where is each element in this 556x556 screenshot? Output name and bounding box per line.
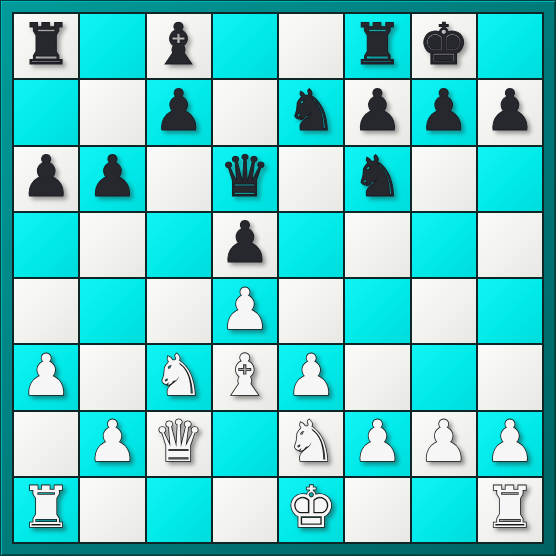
piece-white-bishop: ♝ — [219, 347, 270, 404]
square-e4[interactable] — [279, 279, 343, 343]
square-h4[interactable] — [478, 279, 542, 343]
square-f1[interactable] — [345, 478, 409, 542]
piece-white-knight: ♞ — [286, 413, 337, 470]
square-d1[interactable] — [213, 478, 277, 542]
piece-white-pawn: ♟ — [352, 413, 403, 470]
square-g2[interactable]: ♟ — [412, 412, 476, 476]
square-b3[interactable] — [80, 345, 144, 409]
square-a8[interactable]: ♜ — [14, 14, 78, 78]
square-g3[interactable] — [412, 345, 476, 409]
piece-black-king: ♚ — [418, 16, 469, 73]
square-h5[interactable] — [478, 213, 542, 277]
square-f5[interactable] — [345, 213, 409, 277]
square-e3[interactable]: ♟ — [279, 345, 343, 409]
square-g4[interactable] — [412, 279, 476, 343]
square-b7[interactable] — [80, 80, 144, 144]
square-a1[interactable]: ♜ — [14, 478, 78, 542]
piece-black-pawn: ♟ — [418, 82, 469, 139]
piece-white-king: ♚ — [286, 479, 337, 536]
piece-black-pawn: ♟ — [219, 214, 270, 271]
piece-white-queen: ♛ — [153, 413, 204, 470]
square-d2[interactable] — [213, 412, 277, 476]
square-e6[interactable] — [279, 147, 343, 211]
square-b8[interactable] — [80, 14, 144, 78]
chess-board: ♜♝♜♚♟♞♟♟♟♟♟♛♞♟♟♟♞♝♟♟♛♞♟♟♟♜♚♜ — [12, 12, 544, 544]
square-f2[interactable]: ♟ — [345, 412, 409, 476]
square-e2[interactable]: ♞ — [279, 412, 343, 476]
piece-black-pawn: ♟ — [153, 82, 204, 139]
piece-black-rook: ♜ — [21, 16, 72, 73]
square-d5[interactable]: ♟ — [213, 213, 277, 277]
square-e8[interactable] — [279, 14, 343, 78]
square-g5[interactable] — [412, 213, 476, 277]
square-f3[interactable] — [345, 345, 409, 409]
piece-black-pawn: ♟ — [21, 148, 72, 205]
square-c1[interactable] — [147, 478, 211, 542]
piece-white-rook: ♜ — [21, 479, 72, 536]
square-g8[interactable]: ♚ — [412, 14, 476, 78]
square-b1[interactable] — [80, 478, 144, 542]
piece-black-pawn: ♟ — [484, 82, 535, 139]
piece-white-pawn: ♟ — [21, 347, 72, 404]
square-d4[interactable]: ♟ — [213, 279, 277, 343]
square-g7[interactable]: ♟ — [412, 80, 476, 144]
square-e5[interactable] — [279, 213, 343, 277]
square-h7[interactable]: ♟ — [478, 80, 542, 144]
square-d3[interactable]: ♝ — [213, 345, 277, 409]
square-a7[interactable] — [14, 80, 78, 144]
square-f8[interactable]: ♜ — [345, 14, 409, 78]
square-h6[interactable] — [478, 147, 542, 211]
square-f4[interactable] — [345, 279, 409, 343]
square-c6[interactable] — [147, 147, 211, 211]
piece-black-knight: ♞ — [286, 82, 337, 139]
square-b2[interactable]: ♟ — [80, 412, 144, 476]
piece-black-pawn: ♟ — [87, 148, 138, 205]
square-h2[interactable]: ♟ — [478, 412, 542, 476]
piece-white-knight: ♞ — [153, 347, 204, 404]
board-frame: ♜♝♜♚♟♞♟♟♟♟♟♛♞♟♟♟♞♝♟♟♛♞♟♟♟♜♚♜ — [0, 0, 556, 556]
square-b6[interactable]: ♟ — [80, 147, 144, 211]
piece-white-rook: ♜ — [484, 479, 535, 536]
square-c7[interactable]: ♟ — [147, 80, 211, 144]
square-d7[interactable] — [213, 80, 277, 144]
square-h8[interactable] — [478, 14, 542, 78]
square-e7[interactable]: ♞ — [279, 80, 343, 144]
square-b4[interactable] — [80, 279, 144, 343]
piece-black-queen: ♛ — [219, 148, 270, 205]
square-a5[interactable] — [14, 213, 78, 277]
square-a2[interactable] — [14, 412, 78, 476]
piece-black-knight: ♞ — [352, 148, 403, 205]
piece-black-rook: ♜ — [352, 16, 403, 73]
piece-white-pawn: ♟ — [219, 281, 270, 338]
piece-black-pawn: ♟ — [352, 82, 403, 139]
square-c5[interactable] — [147, 213, 211, 277]
square-c2[interactable]: ♛ — [147, 412, 211, 476]
square-f6[interactable]: ♞ — [345, 147, 409, 211]
piece-white-pawn: ♟ — [87, 413, 138, 470]
square-c8[interactable]: ♝ — [147, 14, 211, 78]
piece-black-bishop: ♝ — [153, 16, 204, 73]
square-g1[interactable] — [412, 478, 476, 542]
square-a4[interactable] — [14, 279, 78, 343]
square-c3[interactable]: ♞ — [147, 345, 211, 409]
square-c4[interactable] — [147, 279, 211, 343]
square-h1[interactable]: ♜ — [478, 478, 542, 542]
square-a3[interactable]: ♟ — [14, 345, 78, 409]
square-d6[interactable]: ♛ — [213, 147, 277, 211]
piece-white-pawn: ♟ — [286, 347, 337, 404]
square-h3[interactable] — [478, 345, 542, 409]
square-d8[interactable] — [213, 14, 277, 78]
piece-white-pawn: ♟ — [484, 413, 535, 470]
square-a6[interactable]: ♟ — [14, 147, 78, 211]
square-g6[interactable] — [412, 147, 476, 211]
square-b5[interactable] — [80, 213, 144, 277]
square-f7[interactable]: ♟ — [345, 80, 409, 144]
square-e1[interactable]: ♚ — [279, 478, 343, 542]
piece-white-pawn: ♟ — [418, 413, 469, 470]
